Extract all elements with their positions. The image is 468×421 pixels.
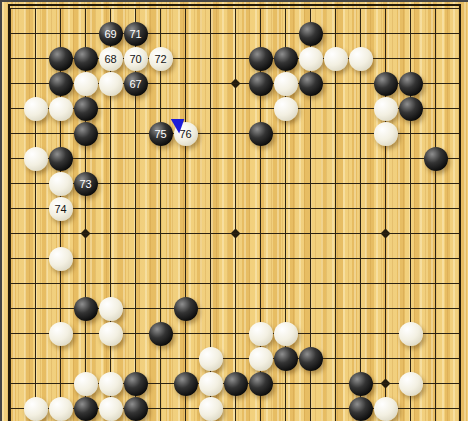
board-cell[interactable] — [173, 71, 198, 96]
board-cell[interactable] — [173, 396, 198, 421]
board-cell[interactable] — [173, 46, 198, 71]
black-stone[interactable] — [249, 372, 273, 396]
board-cell[interactable] — [348, 71, 373, 96]
board-cell[interactable] — [23, 296, 48, 321]
board-cell[interactable] — [98, 146, 123, 171]
go-board[interactable]: 69716870726775767374 — [0, 0, 468, 421]
board-cell[interactable] — [23, 246, 48, 271]
board-cell[interactable] — [223, 96, 248, 121]
board-cell[interactable] — [198, 221, 223, 246]
board-cell[interactable] — [348, 271, 373, 296]
white-stone[interactable] — [299, 47, 323, 71]
board-cell[interactable] — [0, 246, 23, 271]
board-cell[interactable] — [73, 146, 98, 171]
board-cell[interactable] — [423, 0, 448, 21]
board-cell[interactable] — [148, 171, 173, 196]
board-cell[interactable] — [148, 0, 173, 21]
board-cell[interactable] — [223, 221, 248, 246]
board-cell[interactable] — [373, 246, 398, 271]
board-cell[interactable] — [323, 71, 348, 96]
black-stone[interactable] — [49, 47, 73, 71]
board-cell[interactable] — [23, 21, 48, 46]
board-cell[interactable] — [148, 96, 173, 121]
board-cell[interactable] — [373, 21, 398, 46]
board-cell[interactable] — [298, 96, 323, 121]
board-cell[interactable] — [0, 396, 23, 421]
board-cell[interactable] — [273, 146, 298, 171]
board-cell[interactable] — [48, 371, 73, 396]
board-cell[interactable] — [198, 146, 223, 171]
black-stone[interactable] — [349, 372, 373, 396]
black-stone[interactable] — [374, 72, 398, 96]
board-cell[interactable] — [98, 171, 123, 196]
black-stone[interactable]: 67 — [124, 72, 148, 96]
black-stone[interactable] — [124, 397, 148, 421]
board-cell[interactable] — [273, 121, 298, 146]
board-cell[interactable] — [423, 71, 448, 96]
board-cell[interactable] — [0, 196, 23, 221]
board-cell[interactable] — [298, 371, 323, 396]
board-cell[interactable] — [48, 21, 73, 46]
board-cell[interactable] — [23, 121, 48, 146]
board-cell[interactable] — [348, 0, 373, 21]
board-cell[interactable] — [123, 296, 148, 321]
board-cell[interactable] — [173, 0, 198, 21]
board-cell[interactable] — [198, 296, 223, 321]
board-cell[interactable] — [223, 21, 248, 46]
board-cell[interactable] — [48, 296, 73, 321]
board-cell[interactable] — [198, 46, 223, 71]
board-cell[interactable] — [273, 246, 298, 271]
board-cell[interactable] — [398, 296, 423, 321]
board-cell[interactable] — [198, 96, 223, 121]
board-cell[interactable] — [348, 21, 373, 46]
board-cell[interactable] — [98, 121, 123, 146]
board-cell[interactable] — [398, 21, 423, 46]
black-stone[interactable] — [49, 147, 73, 171]
board-cell[interactable] — [423, 296, 448, 321]
board-cell[interactable] — [323, 0, 348, 21]
board-cell[interactable] — [448, 121, 468, 146]
board-cell[interactable] — [373, 196, 398, 221]
board-cell[interactable] — [48, 271, 73, 296]
board-cell[interactable] — [273, 221, 298, 246]
board-cell[interactable] — [223, 46, 248, 71]
board-cell[interactable] — [273, 396, 298, 421]
board-cell[interactable] — [248, 146, 273, 171]
board-cell[interactable] — [98, 221, 123, 246]
board-cell[interactable] — [73, 21, 98, 46]
board-cell[interactable] — [448, 46, 468, 71]
board-cell[interactable] — [98, 271, 123, 296]
black-stone[interactable] — [399, 72, 423, 96]
board-cell[interactable] — [0, 146, 23, 171]
board-cell[interactable] — [223, 296, 248, 321]
board-cell[interactable] — [323, 96, 348, 121]
white-stone[interactable] — [199, 372, 223, 396]
board-cell[interactable] — [173, 171, 198, 196]
black-stone[interactable] — [274, 347, 298, 371]
board-cell[interactable] — [298, 221, 323, 246]
board-cell[interactable] — [0, 71, 23, 96]
board-cell[interactable] — [273, 171, 298, 196]
board-cell[interactable] — [423, 396, 448, 421]
board-cell[interactable] — [448, 21, 468, 46]
board-cell[interactable] — [0, 221, 23, 246]
white-stone[interactable] — [24, 397, 48, 421]
board-cell[interactable] — [373, 321, 398, 346]
board-cell[interactable] — [323, 171, 348, 196]
board-cell[interactable] — [198, 171, 223, 196]
board-cell[interactable] — [423, 96, 448, 121]
board-cell[interactable] — [448, 296, 468, 321]
board-cell[interactable] — [73, 246, 98, 271]
white-stone[interactable] — [249, 347, 273, 371]
board-cell[interactable] — [373, 0, 398, 21]
board-cell[interactable] — [223, 71, 248, 96]
board-cell[interactable] — [273, 21, 298, 46]
board-cell[interactable] — [173, 321, 198, 346]
white-stone[interactable] — [49, 97, 73, 121]
black-stone[interactable] — [174, 372, 198, 396]
black-stone[interactable] — [424, 147, 448, 171]
board-cell[interactable] — [23, 196, 48, 221]
board-cell[interactable] — [223, 196, 248, 221]
black-stone[interactable]: 73 — [74, 172, 98, 196]
board-cell[interactable] — [223, 271, 248, 296]
board-cell[interactable] — [373, 171, 398, 196]
board-cell[interactable] — [123, 321, 148, 346]
board-cell[interactable] — [398, 246, 423, 271]
white-stone[interactable] — [274, 72, 298, 96]
board-cell[interactable] — [23, 221, 48, 246]
board-cell[interactable] — [198, 21, 223, 46]
board-cell[interactable] — [273, 271, 298, 296]
board-cell[interactable] — [173, 271, 198, 296]
board-cell[interactable] — [448, 0, 468, 21]
board-cell[interactable] — [448, 71, 468, 96]
board-cell[interactable] — [23, 71, 48, 96]
board-cell[interactable] — [298, 246, 323, 271]
black-stone[interactable] — [249, 72, 273, 96]
board-cell[interactable] — [98, 246, 123, 271]
board-cell[interactable] — [423, 21, 448, 46]
board-cell[interactable] — [298, 321, 323, 346]
board-cell[interactable] — [198, 0, 223, 21]
board-cell[interactable] — [323, 221, 348, 246]
board-cell[interactable] — [323, 246, 348, 271]
board-cell[interactable] — [23, 346, 48, 371]
black-stone[interactable] — [74, 397, 98, 421]
board-cell[interactable] — [0, 46, 23, 71]
board-cell[interactable] — [348, 221, 373, 246]
board-cell[interactable] — [398, 346, 423, 371]
board-cell[interactable] — [48, 221, 73, 246]
board-cell[interactable] — [0, 171, 23, 196]
board-cell[interactable] — [198, 196, 223, 221]
white-stone[interactable] — [274, 97, 298, 121]
board-cell[interactable] — [323, 21, 348, 46]
board-cell[interactable] — [448, 246, 468, 271]
board-cell[interactable] — [198, 71, 223, 96]
board-cell[interactable] — [423, 171, 448, 196]
white-stone[interactable]: 76 — [174, 122, 198, 146]
board-cell[interactable] — [148, 246, 173, 271]
black-stone[interactable] — [299, 347, 323, 371]
board-cell[interactable] — [273, 296, 298, 321]
board-cell[interactable] — [448, 96, 468, 121]
board-cell[interactable] — [0, 271, 23, 296]
white-stone[interactable] — [49, 247, 73, 271]
board-cell[interactable] — [148, 21, 173, 46]
white-stone[interactable] — [99, 372, 123, 396]
board-cell[interactable] — [148, 196, 173, 221]
white-stone[interactable] — [199, 397, 223, 421]
board-cell[interactable] — [148, 71, 173, 96]
board-cell[interactable] — [223, 321, 248, 346]
board-cell[interactable] — [148, 346, 173, 371]
white-stone[interactable] — [99, 297, 123, 321]
white-stone[interactable]: 74 — [49, 197, 73, 221]
board-cell[interactable] — [223, 396, 248, 421]
board-cell[interactable] — [248, 246, 273, 271]
board-cell[interactable] — [123, 346, 148, 371]
board-cell[interactable] — [223, 146, 248, 171]
black-stone[interactable] — [274, 47, 298, 71]
board-cell[interactable] — [298, 171, 323, 196]
board-cell[interactable] — [123, 96, 148, 121]
board-cell[interactable] — [223, 121, 248, 146]
board-cell[interactable] — [173, 346, 198, 371]
board-cell[interactable] — [23, 171, 48, 196]
black-stone[interactable] — [224, 372, 248, 396]
board-cell[interactable] — [398, 271, 423, 296]
board-cell[interactable] — [423, 321, 448, 346]
board-cell[interactable] — [23, 321, 48, 346]
black-stone[interactable]: 75 — [149, 122, 173, 146]
board-cell[interactable] — [398, 396, 423, 421]
board-cell[interactable] — [348, 171, 373, 196]
board-cell[interactable] — [248, 96, 273, 121]
black-stone[interactable] — [249, 47, 273, 71]
board-cell[interactable] — [448, 146, 468, 171]
white-stone[interactable]: 72 — [149, 47, 173, 71]
board-cell[interactable] — [348, 246, 373, 271]
board-cell[interactable] — [348, 146, 373, 171]
board-cell[interactable] — [323, 271, 348, 296]
white-stone[interactable] — [274, 322, 298, 346]
board-cell[interactable] — [248, 21, 273, 46]
white-stone[interactable] — [374, 97, 398, 121]
white-stone[interactable] — [374, 397, 398, 421]
board-cell[interactable] — [448, 371, 468, 396]
board-cell[interactable] — [423, 371, 448, 396]
board-cell[interactable] — [248, 296, 273, 321]
black-stone[interactable] — [399, 97, 423, 121]
board-cell[interactable] — [423, 121, 448, 146]
board-cell[interactable] — [48, 346, 73, 371]
board-cell[interactable] — [323, 396, 348, 421]
board-cell[interactable] — [0, 321, 23, 346]
board-cell[interactable] — [448, 271, 468, 296]
board-cell[interactable] — [173, 196, 198, 221]
board-cell[interactable] — [73, 221, 98, 246]
board-cell[interactable] — [198, 321, 223, 346]
board-cell[interactable] — [298, 196, 323, 221]
board-cell[interactable] — [0, 346, 23, 371]
white-stone[interactable] — [24, 147, 48, 171]
board-cell[interactable] — [398, 121, 423, 146]
board-cell[interactable] — [373, 221, 398, 246]
board-cell[interactable] — [448, 171, 468, 196]
board-cell[interactable] — [448, 321, 468, 346]
board-cell[interactable] — [373, 46, 398, 71]
board-cell[interactable] — [73, 346, 98, 371]
white-stone[interactable] — [49, 322, 73, 346]
board-cell[interactable] — [148, 396, 173, 421]
board-cell[interactable] — [448, 396, 468, 421]
board-cell[interactable] — [0, 121, 23, 146]
board-cell[interactable] — [173, 246, 198, 271]
black-stone[interactable]: 71 — [124, 22, 148, 46]
board-cell[interactable] — [398, 0, 423, 21]
white-stone[interactable] — [399, 322, 423, 346]
board-cell[interactable] — [423, 46, 448, 71]
board-cell[interactable] — [23, 271, 48, 296]
board-cell[interactable] — [248, 196, 273, 221]
board-cell[interactable] — [348, 296, 373, 321]
board-cell[interactable] — [448, 221, 468, 246]
board-cell[interactable] — [398, 146, 423, 171]
white-stone[interactable] — [49, 172, 73, 196]
board-cell[interactable] — [348, 346, 373, 371]
white-stone[interactable] — [249, 322, 273, 346]
board-cell[interactable] — [323, 321, 348, 346]
black-stone[interactable] — [149, 322, 173, 346]
board-cell[interactable] — [398, 196, 423, 221]
board-cell[interactable] — [248, 221, 273, 246]
board-cell[interactable] — [123, 271, 148, 296]
board-cell[interactable] — [98, 96, 123, 121]
white-stone[interactable] — [349, 47, 373, 71]
board-cell[interactable] — [98, 196, 123, 221]
board-cell[interactable] — [123, 221, 148, 246]
board-cell[interactable] — [173, 21, 198, 46]
board-cell[interactable] — [448, 346, 468, 371]
board-cell[interactable] — [373, 346, 398, 371]
black-stone[interactable]: 69 — [99, 22, 123, 46]
board-cell[interactable] — [73, 0, 98, 21]
board-cell[interactable] — [323, 121, 348, 146]
board-cell[interactable] — [273, 0, 298, 21]
board-cell[interactable] — [73, 271, 98, 296]
board-cell[interactable] — [23, 0, 48, 21]
board-cell[interactable] — [48, 0, 73, 21]
board-cell[interactable] — [123, 0, 148, 21]
board-cell[interactable] — [423, 346, 448, 371]
board-cell[interactable] — [323, 346, 348, 371]
board-cell[interactable] — [298, 0, 323, 21]
board-cell[interactable] — [373, 146, 398, 171]
black-stone[interactable] — [249, 122, 273, 146]
board-cell[interactable] — [298, 296, 323, 321]
board-cell[interactable] — [323, 146, 348, 171]
board-cell[interactable] — [73, 196, 98, 221]
board-cell[interactable] — [398, 171, 423, 196]
board-cell[interactable] — [223, 0, 248, 21]
board-cell[interactable] — [348, 196, 373, 221]
board-cell[interactable] — [423, 196, 448, 221]
white-stone[interactable] — [24, 97, 48, 121]
board-cell[interactable] — [148, 146, 173, 171]
black-stone[interactable] — [174, 297, 198, 321]
board-cell[interactable] — [323, 196, 348, 221]
board-cell[interactable] — [348, 96, 373, 121]
board-cell[interactable] — [198, 271, 223, 296]
black-stone[interactable] — [49, 72, 73, 96]
board-cell[interactable] — [0, 371, 23, 396]
board-cell[interactable] — [298, 146, 323, 171]
black-stone[interactable] — [74, 47, 98, 71]
board-cell[interactable] — [73, 321, 98, 346]
board-cell[interactable] — [148, 271, 173, 296]
white-stone[interactable] — [49, 397, 73, 421]
black-stone[interactable] — [74, 122, 98, 146]
board-cell[interactable] — [398, 221, 423, 246]
board-cell[interactable] — [123, 171, 148, 196]
board-cell[interactable] — [123, 196, 148, 221]
white-stone[interactable] — [99, 397, 123, 421]
black-stone[interactable] — [74, 97, 98, 121]
board-cell[interactable] — [173, 221, 198, 246]
board-cell[interactable] — [298, 396, 323, 421]
white-stone[interactable] — [99, 72, 123, 96]
board-cell[interactable] — [23, 371, 48, 396]
board-cell[interactable] — [248, 0, 273, 21]
board-cell[interactable] — [348, 121, 373, 146]
board-cell[interactable] — [223, 346, 248, 371]
board-cell[interactable] — [398, 46, 423, 71]
board-cell[interactable] — [373, 271, 398, 296]
board-cell[interactable] — [423, 271, 448, 296]
white-stone[interactable] — [374, 122, 398, 146]
board-cell[interactable] — [273, 196, 298, 221]
board-cell[interactable] — [323, 296, 348, 321]
board-cell[interactable] — [273, 371, 298, 396]
white-stone[interactable] — [399, 372, 423, 396]
board-cell[interactable] — [223, 246, 248, 271]
board-cell[interactable] — [148, 221, 173, 246]
board-cell[interactable] — [298, 121, 323, 146]
black-stone[interactable] — [124, 372, 148, 396]
board-cell[interactable] — [0, 296, 23, 321]
board-cell[interactable] — [248, 171, 273, 196]
board-cell[interactable] — [248, 271, 273, 296]
board-cell[interactable] — [423, 221, 448, 246]
white-stone[interactable]: 70 — [124, 47, 148, 71]
black-stone[interactable] — [299, 22, 323, 46]
white-stone[interactable] — [74, 72, 98, 96]
board-cell[interactable] — [223, 171, 248, 196]
white-stone[interactable] — [324, 47, 348, 71]
board-cell[interactable] — [23, 46, 48, 71]
black-stone[interactable] — [349, 397, 373, 421]
board-cell[interactable] — [298, 271, 323, 296]
board-cell[interactable] — [0, 96, 23, 121]
board-cell[interactable] — [248, 396, 273, 421]
board-cell[interactable] — [98, 0, 123, 21]
board-cell[interactable] — [173, 96, 198, 121]
